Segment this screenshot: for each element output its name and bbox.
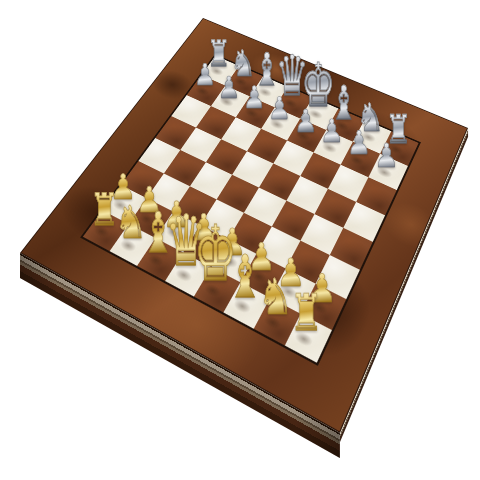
piece-white-rook-h1[interactable]: ♜ bbox=[288, 289, 325, 339]
pieces-layer: ♜♞♝♛♚♝♞♜♟♟♟♟♟♟♟♟♟♟♟♟♟♟♟♟♜♞♝♛♚♝♞♜ bbox=[0, 0, 480, 480]
piece-black-pawn-b7[interactable]: ♟ bbox=[216, 72, 241, 102]
piece-black-pawn-a7[interactable]: ♟ bbox=[192, 62, 217, 92]
piece-black-pawn-h7[interactable]: ♟ bbox=[373, 140, 400, 173]
piece-black-pawn-f7[interactable]: ♟ bbox=[319, 116, 345, 148]
piece-black-pawn-d7[interactable]: ♟ bbox=[266, 94, 292, 125]
piece-black-pawn-e7[interactable]: ♟ bbox=[292, 105, 318, 136]
chess-set-photo: ♜♞♝♛♚♝♞♜♟♟♟♟♟♟♟♟♟♟♟♟♟♟♟♟♜♞♝♛♚♝♞♜ bbox=[0, 0, 480, 480]
piece-black-pawn-c7[interactable]: ♟ bbox=[241, 83, 266, 113]
piece-black-pawn-g7[interactable]: ♟ bbox=[346, 128, 373, 160]
